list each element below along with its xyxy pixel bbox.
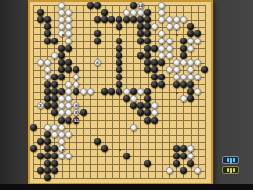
black-stone xyxy=(44,102,51,109)
move-number-label: 2 xyxy=(37,103,43,109)
black-stone xyxy=(44,138,51,145)
white-stone xyxy=(187,59,194,66)
white-stone xyxy=(65,81,72,88)
black-stone xyxy=(101,88,108,95)
black-stone xyxy=(116,59,123,66)
white-stone xyxy=(173,66,180,73)
white-stone xyxy=(180,59,187,66)
white-stone xyxy=(187,38,194,45)
white-stone xyxy=(180,74,187,81)
star-point xyxy=(62,92,64,94)
black-stone xyxy=(137,102,144,109)
white-stone xyxy=(73,74,80,81)
black-stone xyxy=(130,88,137,95)
white-stone xyxy=(58,138,65,145)
black-stone xyxy=(151,45,158,52)
black-stone xyxy=(108,88,115,95)
white-stone xyxy=(51,52,58,59)
white-stone xyxy=(65,95,72,102)
black-stone xyxy=(65,45,72,52)
star-point xyxy=(176,92,178,94)
black-stone xyxy=(144,117,151,124)
panel-button-top[interactable] xyxy=(222,156,239,164)
white-stone xyxy=(194,167,201,174)
white-stone xyxy=(173,16,180,23)
white-stone xyxy=(58,95,65,102)
button-glyph-icon xyxy=(233,168,235,172)
black-stone xyxy=(44,38,51,45)
black-stone xyxy=(137,109,144,116)
white-stone xyxy=(58,102,65,109)
black-stone xyxy=(87,2,94,9)
black-stone xyxy=(158,81,165,88)
white-stone xyxy=(123,9,130,16)
white-stone xyxy=(187,66,194,73)
white-stone xyxy=(166,45,173,52)
white-stone: 8 xyxy=(73,109,80,116)
white-stone xyxy=(158,2,165,9)
black-stone xyxy=(123,16,130,23)
white-stone xyxy=(123,88,130,95)
black-stone xyxy=(173,81,180,88)
white-stone xyxy=(130,95,137,102)
black-stone xyxy=(58,66,65,73)
white-stone xyxy=(187,153,194,160)
white-stone xyxy=(51,131,58,138)
black-stone xyxy=(51,74,58,81)
black-stone xyxy=(51,153,58,160)
black-stone xyxy=(151,81,158,88)
black-stone xyxy=(116,74,123,81)
black-stone xyxy=(58,45,65,52)
black-stone xyxy=(144,9,151,16)
black-stone xyxy=(137,23,144,30)
black-stone xyxy=(51,38,58,45)
white-stone xyxy=(87,88,94,95)
black-stone xyxy=(180,45,187,52)
white-stone xyxy=(173,74,180,81)
black-stone xyxy=(144,45,151,52)
black-stone xyxy=(173,160,180,167)
white-stone xyxy=(151,109,158,116)
panel-button-bottom[interactable] xyxy=(222,166,239,174)
black-stone xyxy=(51,88,58,95)
white-stone xyxy=(158,45,165,52)
black-stone xyxy=(65,59,72,66)
black-stone xyxy=(144,109,151,116)
move-number-label: 4 xyxy=(95,60,101,66)
black-stone xyxy=(187,95,194,102)
white-stone xyxy=(65,102,72,109)
white-stone: 4 xyxy=(94,59,101,66)
white-stone xyxy=(151,102,158,109)
black-stone xyxy=(130,102,137,109)
black-stone xyxy=(187,30,194,37)
white-stone xyxy=(158,38,165,45)
white-stone xyxy=(65,131,72,138)
white-stone xyxy=(65,16,72,23)
button-glyph-icon xyxy=(227,158,229,162)
white-stone xyxy=(187,145,194,152)
move-number-label: 8 xyxy=(73,110,79,116)
black-stone xyxy=(44,167,51,174)
white-stone xyxy=(44,66,51,73)
star-point xyxy=(119,34,121,36)
white-stone xyxy=(51,124,58,131)
white-stone xyxy=(65,153,72,160)
black-stone xyxy=(130,2,137,9)
black-stone xyxy=(51,160,58,167)
black-stone xyxy=(123,153,130,160)
white-stone xyxy=(44,124,51,131)
white-stone xyxy=(73,81,80,88)
black-stone xyxy=(73,88,80,95)
black-stone xyxy=(44,145,51,152)
black-stone xyxy=(80,109,87,116)
black-stone xyxy=(180,38,187,45)
black-stone xyxy=(151,117,158,124)
black-stone xyxy=(123,95,130,102)
white-stone xyxy=(166,16,173,23)
white-stone xyxy=(166,52,173,59)
black-stone xyxy=(180,145,187,152)
black-stone xyxy=(144,59,151,66)
black-stone xyxy=(44,131,51,138)
black-stone xyxy=(37,167,44,174)
black-stone xyxy=(151,74,158,81)
black-stone xyxy=(137,30,144,37)
black-stone xyxy=(94,16,101,23)
white-stone xyxy=(194,38,201,45)
black-stone xyxy=(94,38,101,45)
black-stone xyxy=(201,66,208,73)
white-stone xyxy=(173,23,180,30)
black-stone xyxy=(37,9,44,16)
black-stone xyxy=(37,16,44,23)
black-stone xyxy=(65,66,72,73)
white-stone xyxy=(44,74,51,81)
black-stone xyxy=(130,16,137,23)
white-stone xyxy=(130,9,137,16)
black-stone xyxy=(158,59,165,66)
button-glyph-icon xyxy=(233,158,235,162)
black-stone xyxy=(94,138,101,145)
white-stone xyxy=(180,16,187,23)
white-stone xyxy=(158,52,165,59)
white-stone xyxy=(80,88,87,95)
black-stone xyxy=(144,95,151,102)
black-stone xyxy=(187,88,194,95)
black-stone xyxy=(187,81,194,88)
black-stone xyxy=(44,88,51,95)
black-stone xyxy=(144,52,151,59)
black-stone xyxy=(180,52,187,59)
black-stone xyxy=(44,153,51,160)
white-stone xyxy=(194,74,201,81)
black-stone xyxy=(51,95,58,102)
black-stone xyxy=(44,16,51,23)
last-move-marker-icon xyxy=(71,119,74,123)
black-stone xyxy=(73,66,80,73)
black-stone xyxy=(137,38,144,45)
black-stone xyxy=(144,88,151,95)
black-stone xyxy=(144,23,151,30)
black-stone xyxy=(94,30,101,37)
black-stone xyxy=(158,74,165,81)
button-glyph-icon xyxy=(230,158,232,163)
white-stone xyxy=(58,2,65,9)
black-stone xyxy=(116,23,123,30)
white-stone xyxy=(44,59,51,66)
black-stone xyxy=(144,160,151,167)
black-stone xyxy=(180,153,187,160)
white-stone xyxy=(166,167,173,174)
black-stone xyxy=(44,23,51,30)
black-stone xyxy=(180,81,187,88)
white-stone xyxy=(58,16,65,23)
black-stone xyxy=(144,66,151,73)
black-stone xyxy=(51,81,58,88)
white-stone xyxy=(58,153,65,160)
black-stone xyxy=(151,59,158,66)
white-stone xyxy=(173,59,180,66)
black-stone xyxy=(58,52,65,59)
white-stone xyxy=(158,9,165,16)
black-stone xyxy=(44,174,51,181)
white-stone xyxy=(166,38,173,45)
black-stone xyxy=(116,45,123,52)
white-stone: 2 xyxy=(37,102,44,109)
black-stone xyxy=(116,38,123,45)
white-stone xyxy=(58,9,65,16)
white-stone xyxy=(158,30,165,37)
white-stone xyxy=(137,88,144,95)
black-stone xyxy=(116,66,123,73)
button-glyph-icon xyxy=(227,168,229,172)
white-stone xyxy=(65,23,72,30)
black-stone xyxy=(44,160,51,167)
bottom-letterbox-bar xyxy=(0,184,253,190)
white-stone xyxy=(158,16,165,23)
white-stone xyxy=(65,30,72,37)
white-stone xyxy=(151,23,158,30)
black-stone xyxy=(187,160,194,167)
black-stone xyxy=(151,66,158,73)
black-stone xyxy=(58,117,65,124)
black-stone xyxy=(137,52,144,59)
black-stone xyxy=(101,9,108,16)
white-stone xyxy=(194,59,201,66)
white-stone xyxy=(65,109,72,116)
move-number-label: 6 xyxy=(73,103,79,109)
black-stone xyxy=(187,23,194,30)
white-stone xyxy=(65,88,72,95)
star-point xyxy=(62,149,64,151)
white-stone xyxy=(166,23,173,30)
white-stone: 6 xyxy=(73,102,80,109)
app-window: 10426811 xyxy=(0,0,253,190)
black-stone xyxy=(144,30,151,37)
move-number-label: 10 xyxy=(138,2,144,8)
black-stone xyxy=(116,81,123,88)
black-stone xyxy=(94,2,101,9)
white-stone xyxy=(194,88,201,95)
black-stone xyxy=(44,30,51,37)
black-stone xyxy=(51,109,58,116)
white-stone xyxy=(187,74,194,81)
white-stone xyxy=(65,38,72,45)
white-stone xyxy=(65,9,72,16)
white-stone: 10 xyxy=(137,2,144,9)
black-stone xyxy=(173,153,180,160)
black-stone xyxy=(30,124,37,131)
black-stone xyxy=(58,59,65,66)
black-stone xyxy=(144,38,151,45)
white-stone xyxy=(130,124,137,131)
black-stone xyxy=(137,16,144,23)
black-stone xyxy=(144,16,151,23)
black-stone xyxy=(116,52,123,59)
white-stone xyxy=(58,109,65,116)
white-stone xyxy=(58,23,65,30)
black-stone xyxy=(116,16,123,23)
black-stone xyxy=(194,30,201,37)
white-stone xyxy=(137,9,144,16)
white-stone xyxy=(58,124,65,131)
white-stone xyxy=(180,95,187,102)
black-stone xyxy=(58,74,65,81)
button-glyph-icon xyxy=(230,168,232,173)
white-stone xyxy=(37,59,44,66)
go-board[interactable]: 10426811 xyxy=(28,0,213,185)
black-stone xyxy=(44,95,51,102)
white-stone xyxy=(187,45,194,52)
black-stone xyxy=(101,16,108,23)
black-stone xyxy=(37,153,44,160)
black-stone xyxy=(51,102,58,109)
black-stone xyxy=(144,102,151,109)
black-stone xyxy=(180,167,187,174)
black-stone xyxy=(108,16,115,23)
black-stone xyxy=(44,81,51,88)
black-stone xyxy=(37,138,44,145)
star-point xyxy=(62,34,64,36)
white-stone xyxy=(58,131,65,138)
black-stone xyxy=(51,145,58,152)
black-stone xyxy=(51,167,58,174)
black-stone xyxy=(30,145,37,152)
white-stone xyxy=(166,66,173,73)
black-stone xyxy=(101,145,108,152)
star-point xyxy=(119,92,121,94)
